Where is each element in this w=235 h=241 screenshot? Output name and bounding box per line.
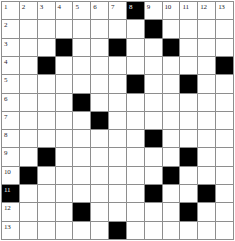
cell-r1c11[interactable]: 11 bbox=[180, 2, 197, 19]
col-label-4: 4 bbox=[58, 3, 61, 11]
cell-r13c7 bbox=[109, 222, 126, 239]
cell-r5c9[interactable] bbox=[145, 75, 162, 92]
cell-r4c4[interactable] bbox=[56, 57, 73, 74]
cell-r12c9[interactable] bbox=[145, 203, 162, 220]
cell-r9c2[interactable] bbox=[20, 148, 37, 165]
cell-r8c12[interactable] bbox=[198, 130, 215, 147]
cell-r8c10[interactable] bbox=[163, 130, 180, 147]
cell-r8c3[interactable] bbox=[38, 130, 55, 147]
cell-r5c4[interactable] bbox=[56, 75, 73, 92]
cell-r5c13[interactable] bbox=[216, 75, 233, 92]
cell-r4c8[interactable] bbox=[127, 57, 144, 74]
cell-r9c12[interactable] bbox=[198, 148, 215, 165]
cell-r11c12 bbox=[198, 185, 215, 202]
cell-r12c12[interactable] bbox=[198, 203, 215, 220]
col-label-11: 11 bbox=[182, 3, 188, 11]
cell-r9c10[interactable] bbox=[163, 148, 180, 165]
cell-r8c13[interactable] bbox=[216, 130, 233, 147]
cell-r11c2[interactable] bbox=[20, 185, 37, 202]
cell-r5c6[interactable] bbox=[91, 75, 108, 92]
cell-r3c6[interactable] bbox=[91, 39, 108, 56]
cell-r8c8[interactable] bbox=[127, 130, 144, 147]
cell-r5c2[interactable] bbox=[20, 75, 37, 92]
cell-r13c9[interactable] bbox=[145, 222, 162, 239]
cell-r12c13[interactable] bbox=[216, 203, 233, 220]
cell-r4c1[interactable]: 4 bbox=[2, 57, 19, 74]
cell-r2c9 bbox=[145, 20, 162, 37]
cell-r12c4[interactable] bbox=[56, 203, 73, 220]
cell-r4c13 bbox=[216, 57, 233, 74]
cell-r7c5[interactable] bbox=[73, 112, 90, 129]
cell-r2c11[interactable] bbox=[180, 20, 197, 37]
cell-r3c1[interactable]: 3 bbox=[2, 39, 19, 56]
cell-r10c5[interactable] bbox=[73, 167, 90, 184]
cell-r2c1[interactable]: 2 bbox=[2, 20, 19, 37]
cell-r3c4 bbox=[56, 39, 73, 56]
cell-r10c4[interactable] bbox=[56, 167, 73, 184]
row-label-8: 8 bbox=[4, 131, 7, 139]
cell-r5c10[interactable] bbox=[163, 75, 180, 92]
cell-r9c13[interactable] bbox=[216, 148, 233, 165]
cell-r13c6[interactable] bbox=[91, 222, 108, 239]
row-label-3: 3 bbox=[4, 40, 7, 48]
cell-r12c7[interactable] bbox=[109, 203, 126, 220]
cell-r10c6[interactable] bbox=[91, 167, 108, 184]
cell-r4c10[interactable] bbox=[163, 57, 180, 74]
row-label-7: 7 bbox=[4, 113, 7, 121]
cell-r7c9[interactable] bbox=[145, 112, 162, 129]
cell-r9c7[interactable] bbox=[109, 148, 126, 165]
cell-r9c5[interactable] bbox=[73, 148, 90, 165]
cell-r11c13[interactable] bbox=[216, 185, 233, 202]
cell-r8c9 bbox=[145, 130, 162, 147]
cell-r11c9 bbox=[145, 185, 162, 202]
cell-r6c9[interactable] bbox=[145, 94, 162, 111]
cell-r4c2[interactable] bbox=[20, 57, 37, 74]
cell-r10c7[interactable] bbox=[109, 167, 126, 184]
cell-r8c1[interactable]: 8 bbox=[2, 130, 19, 147]
cell-r7c1[interactable]: 7 bbox=[2, 112, 19, 129]
cell-r5c8 bbox=[127, 75, 144, 92]
col-label-7: 7 bbox=[111, 3, 114, 11]
cell-r13c8[interactable] bbox=[127, 222, 144, 239]
cell-r3c5[interactable] bbox=[73, 39, 90, 56]
cell-r10c10 bbox=[163, 167, 180, 184]
cell-r13c1[interactable]: 13 bbox=[2, 222, 19, 239]
cell-r9c4[interactable] bbox=[56, 148, 73, 165]
col-label-13: 13 bbox=[218, 3, 224, 11]
cell-r11c10[interactable] bbox=[163, 185, 180, 202]
cell-r6c10[interactable] bbox=[163, 94, 180, 111]
cell-r9c1[interactable]: 9 bbox=[2, 148, 19, 165]
cell-r13c13[interactable] bbox=[216, 222, 233, 239]
cell-r3c11[interactable] bbox=[180, 39, 197, 56]
cell-r10c12[interactable] bbox=[198, 167, 215, 184]
cell-r2c3[interactable] bbox=[38, 20, 55, 37]
cell-r4c5[interactable] bbox=[73, 57, 90, 74]
cell-r1c8: 8 bbox=[127, 2, 144, 19]
cell-r13c11[interactable] bbox=[180, 222, 197, 239]
cell-r11c5[interactable] bbox=[73, 185, 90, 202]
cell-r4c12[interactable] bbox=[198, 57, 215, 74]
cell-r6c1[interactable]: 6 bbox=[2, 94, 19, 111]
cell-r13c2[interactable] bbox=[20, 222, 37, 239]
cell-r6c6[interactable] bbox=[91, 94, 108, 111]
cell-r7c8[interactable] bbox=[127, 112, 144, 129]
cell-r6c12[interactable] bbox=[198, 94, 215, 111]
cell-r13c12[interactable] bbox=[198, 222, 215, 239]
cell-r9c11 bbox=[180, 148, 197, 165]
cell-r13c3[interactable] bbox=[38, 222, 55, 239]
cell-r8c2[interactable] bbox=[20, 130, 37, 147]
cell-r7c11[interactable] bbox=[180, 112, 197, 129]
cell-r3c13[interactable] bbox=[216, 39, 233, 56]
row-label-2: 2 bbox=[4, 21, 7, 29]
col-label-6: 6 bbox=[93, 3, 96, 11]
cell-r2c8[interactable] bbox=[127, 20, 144, 37]
cell-r7c3[interactable] bbox=[38, 112, 55, 129]
col-label-12: 12 bbox=[200, 3, 206, 11]
col-label-8: 8 bbox=[129, 3, 132, 11]
cell-r12c3[interactable] bbox=[38, 203, 55, 220]
cell-r3c10 bbox=[163, 39, 180, 56]
cell-r5c1[interactable]: 5 bbox=[2, 75, 19, 92]
cell-r1c12[interactable]: 12 bbox=[198, 2, 215, 19]
cell-r10c8[interactable] bbox=[127, 167, 144, 184]
col-label-9: 9 bbox=[147, 3, 150, 11]
cell-r6c7[interactable] bbox=[109, 94, 126, 111]
cell-r12c11 bbox=[180, 203, 197, 220]
cell-r1c1[interactable]: 1 bbox=[2, 2, 19, 19]
cell-r3c12[interactable] bbox=[198, 39, 215, 56]
cell-r13c5[interactable] bbox=[73, 222, 90, 239]
cell-r8c7[interactable] bbox=[109, 130, 126, 147]
col-label-1: 1 bbox=[4, 3, 7, 11]
cell-r12c10[interactable] bbox=[163, 203, 180, 220]
cell-r8c5[interactable] bbox=[73, 130, 90, 147]
row-label-13: 13 bbox=[4, 223, 10, 231]
cell-r2c13[interactable] bbox=[216, 20, 233, 37]
cell-r12c1[interactable]: 12 bbox=[2, 203, 19, 220]
cell-r10c13[interactable] bbox=[216, 167, 233, 184]
cell-r8c6[interactable] bbox=[91, 130, 108, 147]
cell-r6c3[interactable] bbox=[38, 94, 55, 111]
cell-r2c12[interactable] bbox=[198, 20, 215, 37]
cell-r7c13[interactable] bbox=[216, 112, 233, 129]
cell-r3c8[interactable] bbox=[127, 39, 144, 56]
cell-r11c6[interactable] bbox=[91, 185, 108, 202]
cell-r7c7[interactable] bbox=[109, 112, 126, 129]
cell-r7c10[interactable] bbox=[163, 112, 180, 129]
row-label-4: 4 bbox=[4, 58, 7, 66]
cell-r4c6[interactable] bbox=[91, 57, 108, 74]
cell-r6c11[interactable] bbox=[180, 94, 197, 111]
cell-r7c12[interactable] bbox=[198, 112, 215, 129]
cell-r6c5 bbox=[73, 94, 90, 111]
cell-r3c7 bbox=[109, 39, 126, 56]
cell-r2c2[interactable] bbox=[20, 20, 37, 37]
cell-r11c8[interactable] bbox=[127, 185, 144, 202]
row-label-12: 12 bbox=[4, 204, 10, 212]
cell-r1c9[interactable]: 9 bbox=[145, 2, 162, 19]
cell-r1c4[interactable]: 4 bbox=[56, 2, 73, 19]
cell-r8c4[interactable] bbox=[56, 130, 73, 147]
cell-r5c11 bbox=[180, 75, 197, 92]
col-label-2: 2 bbox=[22, 3, 25, 11]
cell-r10c9[interactable] bbox=[145, 167, 162, 184]
cell-r1c7[interactable]: 7 bbox=[109, 2, 126, 19]
cell-r11c7[interactable] bbox=[109, 185, 126, 202]
cell-r9c8[interactable] bbox=[127, 148, 144, 165]
cell-r3c2[interactable] bbox=[20, 39, 37, 56]
cell-r1c10[interactable]: 10 bbox=[163, 2, 180, 19]
cell-r5c7[interactable] bbox=[109, 75, 126, 92]
cell-r2c4[interactable] bbox=[56, 20, 73, 37]
row-label-11: 11 bbox=[4, 186, 10, 194]
cell-r10c11[interactable] bbox=[180, 167, 197, 184]
cell-r4c9[interactable] bbox=[145, 57, 162, 74]
cell-r4c3 bbox=[38, 57, 55, 74]
cell-r5c5[interactable] bbox=[73, 75, 90, 92]
cell-r11c4[interactable] bbox=[56, 185, 73, 202]
cell-r1c3[interactable]: 3 bbox=[38, 2, 55, 19]
cell-r6c4[interactable] bbox=[56, 94, 73, 111]
cell-r10c3[interactable] bbox=[38, 167, 55, 184]
cell-r2c7[interactable] bbox=[109, 20, 126, 37]
col-label-3: 3 bbox=[40, 3, 43, 11]
cell-r7c4[interactable] bbox=[56, 112, 73, 129]
cell-r11c1: 11 bbox=[2, 185, 19, 202]
puzzle-grid: 123456789101112132345678910111213 bbox=[1, 1, 234, 240]
cell-r1c2[interactable]: 2 bbox=[20, 2, 37, 19]
cell-r9c9[interactable] bbox=[145, 148, 162, 165]
cell-r1c6[interactable]: 6 bbox=[91, 2, 108, 19]
row-label-9: 9 bbox=[4, 149, 7, 157]
cell-r10c1[interactable]: 10 bbox=[2, 167, 19, 184]
cell-r2c5[interactable] bbox=[73, 20, 90, 37]
cell-r13c10[interactable] bbox=[163, 222, 180, 239]
col-label-5: 5 bbox=[75, 3, 78, 11]
row-label-5: 5 bbox=[4, 76, 7, 84]
cell-r7c2[interactable] bbox=[20, 112, 37, 129]
cell-r1c13[interactable]: 13 bbox=[216, 2, 233, 19]
cell-r4c11[interactable] bbox=[180, 57, 197, 74]
cell-r5c3[interactable] bbox=[38, 75, 55, 92]
cell-r4c7[interactable] bbox=[109, 57, 126, 74]
cell-r12c6[interactable] bbox=[91, 203, 108, 220]
cell-r12c8[interactable] bbox=[127, 203, 144, 220]
cell-r3c9[interactable] bbox=[145, 39, 162, 56]
cell-r9c6[interactable] bbox=[91, 148, 108, 165]
cell-r2c10[interactable] bbox=[163, 20, 180, 37]
cell-r12c5 bbox=[73, 203, 90, 220]
cell-r11c3[interactable] bbox=[38, 185, 55, 202]
row-label-10: 10 bbox=[4, 168, 10, 176]
col-label-10: 10 bbox=[165, 3, 171, 11]
row-label-6: 6 bbox=[4, 95, 7, 103]
cell-r6c8[interactable] bbox=[127, 94, 144, 111]
cell-r6c13[interactable] bbox=[216, 94, 233, 111]
cell-r9c3 bbox=[38, 148, 55, 165]
cell-r7c6 bbox=[91, 112, 108, 129]
cell-r8c11[interactable] bbox=[180, 130, 197, 147]
cell-r11c11[interactable] bbox=[180, 185, 197, 202]
cell-r12c2[interactable] bbox=[20, 203, 37, 220]
cell-r3c3[interactable] bbox=[38, 39, 55, 56]
cell-r2c6[interactable] bbox=[91, 20, 108, 37]
cell-r10c2 bbox=[20, 167, 37, 184]
cell-r6c2[interactable] bbox=[20, 94, 37, 111]
cell-r1c5[interactable]: 5 bbox=[73, 2, 90, 19]
cell-r13c4[interactable] bbox=[56, 222, 73, 239]
cell-r5c12[interactable] bbox=[198, 75, 215, 92]
